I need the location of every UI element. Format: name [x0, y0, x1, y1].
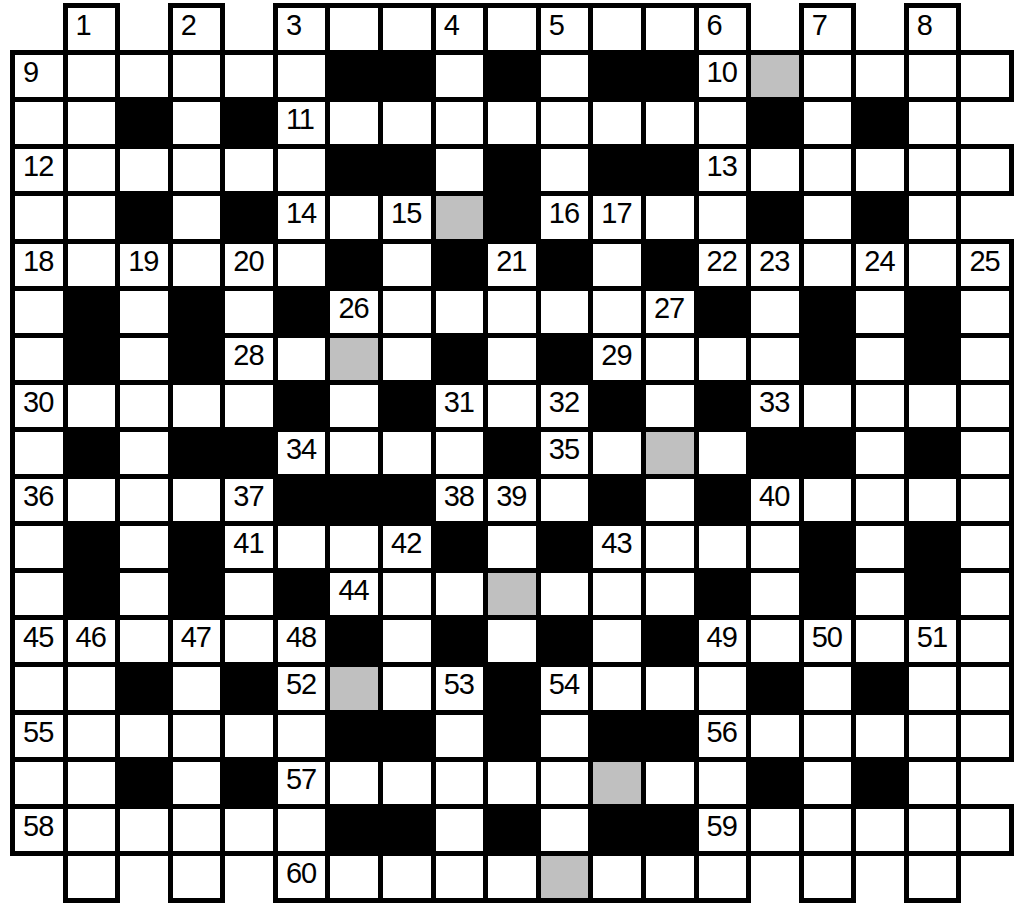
cell-r6c17-block	[904, 286, 962, 338]
cell-r17c15[interactable]	[799, 804, 857, 856]
cell-r2c15[interactable]	[799, 97, 857, 149]
cell-r1c8[interactable]	[431, 50, 489, 102]
cell-r9c12-shaded[interactable]	[641, 427, 699, 479]
cell-r12c8[interactable]	[431, 568, 489, 620]
cell-r4c7[interactable]: 15	[378, 191, 436, 243]
cell-r17c13[interactable]: 59	[694, 804, 752, 856]
cell-r9c3-block	[168, 427, 226, 479]
cell-r5c12-block	[641, 239, 699, 291]
cell-r1c15[interactable]	[799, 50, 857, 102]
cell-r7c12[interactable]	[641, 333, 699, 385]
cell-r6c14[interactable]	[746, 286, 804, 338]
cell-r13c13[interactable]: 49	[694, 615, 752, 667]
cell-r11c7[interactable]: 42	[378, 521, 436, 573]
clue-number-19: 19	[128, 247, 158, 276]
cell-r12c12[interactable]	[641, 568, 699, 620]
cell-r11c4[interactable]: 41	[220, 521, 278, 573]
cell-r17c17[interactable]	[904, 804, 962, 856]
cell-r18c17[interactable]	[904, 851, 962, 903]
cell-r1c12-block	[641, 50, 699, 102]
cell-r7c9[interactable]	[483, 333, 541, 385]
cell-r9c8[interactable]	[431, 427, 489, 479]
cell-r7c8-block	[431, 333, 489, 385]
cell-r13c7[interactable]	[378, 615, 436, 667]
cell-r12c15-block	[799, 568, 857, 620]
cell-r17c18[interactable]	[956, 804, 1014, 856]
cell-r3c2[interactable]	[115, 144, 173, 196]
cell-r10c9[interactable]: 39	[483, 474, 541, 526]
cell-r14c5[interactable]: 52	[273, 662, 331, 714]
cell-r15c13[interactable]: 56	[694, 710, 752, 762]
cell-r12c4[interactable]	[220, 568, 278, 620]
cell-r6c11[interactable]	[588, 286, 646, 338]
cell-r8c14[interactable]: 33	[746, 380, 804, 432]
cell-r5c2[interactable]: 19	[115, 239, 173, 291]
cell-r12c10[interactable]	[536, 568, 594, 620]
cell-r18c3[interactable]	[168, 851, 226, 903]
cell-r5c0[interactable]: 18	[10, 239, 68, 291]
cell-r0c8[interactable]: 4	[431, 3, 489, 55]
cell-r16c13[interactable]	[694, 757, 752, 809]
cell-r10c15[interactable]	[799, 474, 857, 526]
cell-r17c3[interactable]	[168, 804, 226, 856]
cell-r0c13[interactable]: 6	[694, 3, 752, 55]
cell-r5c5[interactable]	[273, 239, 331, 291]
cell-r8c1[interactable]	[63, 380, 121, 432]
cell-r2c9[interactable]	[483, 97, 541, 149]
cell-r3c5[interactable]	[273, 144, 331, 196]
cell-r4c14-block	[746, 191, 804, 243]
cell-r13c12-block	[641, 615, 699, 667]
clue-number-57: 57	[286, 765, 316, 794]
cell-r18c13[interactable]	[694, 851, 752, 903]
cell-r13c17[interactable]: 51	[904, 615, 962, 667]
clue-number-9: 9	[23, 58, 38, 87]
cell-r7c15-block	[799, 333, 857, 385]
cell-r6c2[interactable]	[115, 286, 173, 338]
cell-r0c1[interactable]: 1	[63, 3, 121, 55]
cell-r17c16[interactable]	[851, 804, 909, 856]
cell-r10c4[interactable]: 37	[220, 474, 278, 526]
cell-r1c14-shaded[interactable]	[746, 50, 804, 102]
clue-number-17: 17	[601, 199, 631, 228]
cell-r13c18[interactable]	[956, 615, 1014, 667]
cell-r10c12[interactable]	[641, 474, 699, 526]
cell-r1c1[interactable]	[63, 50, 121, 102]
cell-r4c10[interactable]: 16	[536, 191, 594, 243]
cell-r15c0[interactable]: 55	[10, 710, 68, 762]
cell-r17c10[interactable]	[536, 804, 594, 856]
cell-r8c9[interactable]	[483, 380, 541, 432]
cell-r13c5[interactable]: 48	[273, 615, 331, 667]
cell-r12c7[interactable]	[378, 568, 436, 620]
cell-r15c18[interactable]	[956, 710, 1014, 762]
cell-r9c16[interactable]	[851, 427, 909, 479]
cell-r7c7[interactable]	[378, 333, 436, 385]
cell-r14c13[interactable]	[694, 662, 752, 714]
cell-r13c0[interactable]: 45	[10, 615, 68, 667]
cell-r2c10[interactable]	[536, 97, 594, 149]
cell-r6c9[interactable]	[483, 286, 541, 338]
cell-r13c3[interactable]: 47	[168, 615, 226, 667]
cell-r9c10[interactable]: 35	[536, 427, 594, 479]
cell-r10c0[interactable]: 36	[10, 474, 68, 526]
cell-r8c17[interactable]	[904, 380, 962, 432]
cell-r16c1[interactable]	[63, 757, 121, 809]
cell-r15c10[interactable]	[536, 710, 594, 762]
clue-number-33: 33	[759, 388, 789, 417]
cell-r8c12[interactable]	[641, 380, 699, 432]
cell-r16c6[interactable]	[325, 757, 383, 809]
cell-r15c14[interactable]	[746, 710, 804, 762]
cell-r16c15[interactable]	[799, 757, 857, 809]
cell-r12c11[interactable]	[588, 568, 646, 620]
cell-r3c1[interactable]	[63, 144, 121, 196]
cell-r18c11[interactable]	[588, 851, 646, 903]
cell-r5c9[interactable]: 21	[483, 239, 541, 291]
cell-r11c16[interactable]	[851, 521, 909, 573]
cell-r11c18[interactable]	[956, 521, 1014, 573]
cell-r6c16[interactable]	[851, 286, 909, 338]
cell-r14c7[interactable]	[378, 662, 436, 714]
cell-r4c13[interactable]	[694, 191, 752, 243]
cell-r1c18[interactable]	[956, 50, 1014, 102]
cell-r17c11-block	[588, 804, 646, 856]
cell-r11c10-block	[536, 521, 594, 573]
cell-r13c9[interactable]	[483, 615, 541, 667]
cell-r11c14[interactable]	[746, 521, 804, 573]
cell-r3c14[interactable]	[746, 144, 804, 196]
cell-r2c0[interactable]	[10, 97, 68, 149]
cell-r1c13[interactable]: 10	[694, 50, 752, 102]
cell-r17c0[interactable]: 58	[10, 804, 68, 856]
cell-r8c4[interactable]	[220, 380, 278, 432]
cell-r15c5[interactable]	[273, 710, 331, 762]
cell-r12c6[interactable]: 44	[325, 568, 383, 620]
cell-r4c3[interactable]	[168, 191, 226, 243]
cell-r15c17[interactable]	[904, 710, 962, 762]
cell-r9c6[interactable]	[325, 427, 383, 479]
cell-r1c5[interactable]	[273, 50, 331, 102]
cell-r14c15[interactable]	[799, 662, 857, 714]
cell-r7c5[interactable]	[273, 333, 331, 385]
cell-r1c3[interactable]	[168, 50, 226, 102]
cell-r5c4[interactable]: 20	[220, 239, 278, 291]
cell-r18c7[interactable]	[378, 851, 436, 903]
cell-r7c18[interactable]	[956, 333, 1014, 385]
clue-number-31: 31	[444, 388, 474, 417]
cell-r3c10[interactable]	[536, 144, 594, 196]
cell-r6c0[interactable]	[10, 286, 68, 338]
clue-number-45: 45	[23, 623, 53, 652]
cell-r10c10[interactable]	[536, 474, 594, 526]
cell-r13c4[interactable]	[220, 615, 278, 667]
clue-number-48: 48	[286, 623, 316, 652]
cell-r15c8[interactable]	[431, 710, 489, 762]
cell-r1c10[interactable]	[536, 50, 594, 102]
cell-r3c3[interactable]	[168, 144, 226, 196]
cell-r7c2[interactable]	[115, 333, 173, 385]
cell-r0c6[interactable]	[325, 3, 383, 55]
clue-number-29: 29	[601, 341, 631, 370]
cell-r4c17[interactable]	[904, 191, 962, 243]
cell-r9c13[interactable]	[694, 427, 752, 479]
cell-r10c1[interactable]	[63, 474, 121, 526]
cell-r16c17[interactable]	[904, 757, 962, 809]
cell-r1c17[interactable]	[904, 50, 962, 102]
cell-r13c10-block	[536, 615, 594, 667]
cell-r18c12[interactable]	[641, 851, 699, 903]
cell-r2c8[interactable]	[431, 97, 489, 149]
cell-r16c8[interactable]	[431, 757, 489, 809]
cell-r0c3[interactable]: 2	[168, 3, 226, 55]
cell-r4c6[interactable]	[325, 191, 383, 243]
cell-r7c16[interactable]	[851, 333, 909, 385]
cell-r3c0[interactable]: 12	[10, 144, 68, 196]
cell-r16c0[interactable]	[10, 757, 68, 809]
cell-r4c0[interactable]	[10, 191, 68, 243]
cell-r4c8-shaded[interactable]	[431, 191, 489, 243]
cell-r14c3[interactable]	[168, 662, 226, 714]
cell-r7c14[interactable]	[746, 333, 804, 385]
clue-number-5: 5	[549, 11, 564, 40]
cell-r2c11[interactable]	[588, 97, 646, 149]
cell-r0c12[interactable]	[641, 3, 699, 55]
cell-r13c15[interactable]: 50	[799, 615, 857, 667]
cell-r6c12[interactable]: 27	[641, 286, 699, 338]
cell-r16c2-block	[115, 757, 173, 809]
cell-r13c11[interactable]	[588, 615, 646, 667]
cell-r9c2[interactable]	[115, 427, 173, 479]
cell-r5c17[interactable]	[904, 239, 962, 291]
cell-r18c1[interactable]	[63, 851, 121, 903]
cell-r11c2[interactable]	[115, 521, 173, 573]
cell-r18c10-shaded[interactable]	[536, 851, 594, 903]
cell-r10c16[interactable]	[851, 474, 909, 526]
cell-r5c8-block	[431, 239, 489, 291]
cell-r8c16[interactable]	[851, 380, 909, 432]
cell-r8c3[interactable]	[168, 380, 226, 432]
cell-r1c0[interactable]: 9	[10, 50, 68, 102]
cell-r16c7[interactable]	[378, 757, 436, 809]
cell-r16c9[interactable]	[483, 757, 541, 809]
cell-r4c12[interactable]	[641, 191, 699, 243]
cell-r6c6[interactable]: 26	[325, 286, 383, 338]
cell-r6c4[interactable]	[220, 286, 278, 338]
cell-r3c4[interactable]	[220, 144, 278, 196]
cell-r14c6-shaded[interactable]	[325, 662, 383, 714]
cell-r3c7-block	[378, 144, 436, 196]
cell-r8c18[interactable]	[956, 380, 1014, 432]
cell-r14c17[interactable]	[904, 662, 962, 714]
cell-r15c9-block	[483, 710, 541, 762]
cell-r12c14[interactable]	[746, 568, 804, 620]
cell-r17c5[interactable]	[273, 804, 331, 856]
cell-r17c4[interactable]	[220, 804, 278, 856]
cell-r17c2[interactable]	[115, 804, 173, 856]
cell-r6c10[interactable]	[536, 286, 594, 338]
cell-r12c17-block	[904, 568, 962, 620]
clue-number-41: 41	[233, 529, 263, 558]
cell-r14c0[interactable]	[10, 662, 68, 714]
cell-r7c0[interactable]	[10, 333, 68, 385]
cell-r10c18[interactable]	[956, 474, 1014, 526]
cell-r3c9-block	[483, 144, 541, 196]
cell-r7c11[interactable]: 29	[588, 333, 646, 385]
cell-r15c2[interactable]	[115, 710, 173, 762]
cell-r0c7[interactable]	[378, 3, 436, 55]
cell-r11c11[interactable]: 43	[588, 521, 646, 573]
cell-r4c5[interactable]: 14	[273, 191, 331, 243]
cell-r9c11[interactable]	[588, 427, 646, 479]
clue-number-36: 36	[23, 482, 53, 511]
cell-r5c1[interactable]	[63, 239, 121, 291]
cell-r5c18[interactable]: 25	[956, 239, 1014, 291]
cell-r2c6[interactable]	[325, 97, 383, 149]
cell-r11c0[interactable]	[10, 521, 68, 573]
cell-r10c17[interactable]	[904, 474, 962, 526]
cell-r18c5[interactable]: 60	[273, 851, 331, 903]
cell-r7c4[interactable]: 28	[220, 333, 278, 385]
clue-number-16: 16	[549, 199, 579, 228]
cell-r9c5[interactable]: 34	[273, 427, 331, 479]
cell-r7c3-block	[168, 333, 226, 385]
cell-r2c12[interactable]	[641, 97, 699, 149]
cell-r18c8[interactable]	[431, 851, 489, 903]
cell-r5c10-block	[536, 239, 594, 291]
cell-r9c18[interactable]	[956, 427, 1014, 479]
cell-r3c18[interactable]	[956, 144, 1014, 196]
cell-r9c4-block	[220, 427, 278, 479]
cell-r13c14[interactable]	[746, 615, 804, 667]
cell-r8c2[interactable]	[115, 380, 173, 432]
cell-r14c1[interactable]	[63, 662, 121, 714]
cell-r12c0[interactable]	[10, 568, 68, 620]
cell-r5c16[interactable]: 24	[851, 239, 909, 291]
cell-r0c5[interactable]: 3	[273, 3, 331, 55]
cell-r15c6-block	[325, 710, 383, 762]
cell-r11c12[interactable]	[641, 521, 699, 573]
cell-r11c6[interactable]	[325, 521, 383, 573]
cell-r8c8[interactable]: 31	[431, 380, 489, 432]
cell-r14c11[interactable]	[588, 662, 646, 714]
cell-r11c9[interactable]	[483, 521, 541, 573]
cell-r13c1[interactable]: 46	[63, 615, 121, 667]
cell-r15c4[interactable]	[220, 710, 278, 762]
clue-number-42: 42	[391, 529, 421, 558]
cell-r11c13[interactable]	[694, 521, 752, 573]
cell-r15c16[interactable]	[851, 710, 909, 762]
cell-r8c6[interactable]	[325, 380, 383, 432]
cell-r3c17[interactable]	[904, 144, 962, 196]
cell-r3c8[interactable]	[431, 144, 489, 196]
cell-r14c18[interactable]	[956, 662, 1014, 714]
cell-r0c17[interactable]: 8	[904, 3, 962, 55]
cell-r12c2[interactable]	[115, 568, 173, 620]
cell-r1c2[interactable]	[115, 50, 173, 102]
cell-r17c8[interactable]	[431, 804, 489, 856]
cell-r3c15[interactable]	[799, 144, 857, 196]
clue-number-46: 46	[76, 623, 106, 652]
cell-r0c11[interactable]	[588, 3, 646, 55]
cell-r2c3[interactable]	[168, 97, 226, 149]
cell-r2c17[interactable]	[904, 97, 962, 149]
cell-r1c4[interactable]	[220, 50, 278, 102]
cell-r8c15[interactable]	[799, 380, 857, 432]
cell-r18c9[interactable]	[483, 851, 541, 903]
cell-r7c13[interactable]	[694, 333, 752, 385]
cell-r5c3[interactable]	[168, 239, 226, 291]
cell-r15c1[interactable]	[63, 710, 121, 762]
clue-number-51: 51	[917, 623, 947, 652]
cell-r18c6[interactable]	[325, 851, 383, 903]
cell-r13c2[interactable]	[115, 615, 173, 667]
cell-r4c15[interactable]	[799, 191, 857, 243]
cell-r6c18[interactable]	[956, 286, 1014, 338]
cell-r4c11[interactable]: 17	[588, 191, 646, 243]
cell-r16c11-shaded[interactable]	[588, 757, 646, 809]
cell-r3c13[interactable]: 13	[694, 144, 752, 196]
cell-r0c15[interactable]: 7	[799, 3, 857, 55]
cell-r14c8[interactable]: 53	[431, 662, 489, 714]
cell-r2c5[interactable]: 11	[273, 97, 331, 149]
cell-r18c15[interactable]	[799, 851, 857, 903]
cell-r9c7[interactable]	[378, 427, 436, 479]
cell-r16c10[interactable]	[536, 757, 594, 809]
cell-r14c12[interactable]	[641, 662, 699, 714]
cell-r8c10[interactable]: 32	[536, 380, 594, 432]
cell-r5c11[interactable]	[588, 239, 646, 291]
cell-r1c16[interactable]	[851, 50, 909, 102]
cell-r12c16[interactable]	[851, 568, 909, 620]
cell-r14c10[interactable]: 54	[536, 662, 594, 714]
cell-r16c3[interactable]	[168, 757, 226, 809]
cell-r17c14[interactable]	[746, 804, 804, 856]
cell-r17c1[interactable]	[63, 804, 121, 856]
cell-r8c0[interactable]: 30	[10, 380, 68, 432]
cell-r15c3[interactable]	[168, 710, 226, 762]
cell-r2c1[interactable]	[63, 97, 121, 149]
cell-r16c12[interactable]	[641, 757, 699, 809]
cell-r11c5[interactable]	[273, 521, 331, 573]
cell-r6c7[interactable]	[378, 286, 436, 338]
cell-r6c8[interactable]	[431, 286, 489, 338]
cell-r12c18[interactable]	[956, 568, 1014, 620]
cell-r12c9-shaded[interactable]	[483, 568, 541, 620]
cell-r13c16[interactable]	[851, 615, 909, 667]
cell-r0c9[interactable]	[483, 3, 541, 55]
cell-r10c3[interactable]	[168, 474, 226, 526]
clue-number-56: 56	[707, 718, 737, 747]
cell-r0c10[interactable]: 5	[536, 3, 594, 55]
cell-r9c0[interactable]	[10, 427, 68, 479]
cell-r15c15[interactable]	[799, 710, 857, 762]
cell-r5c7[interactable]	[378, 239, 436, 291]
cell-r5c13[interactable]: 22	[694, 239, 752, 291]
cell-r2c7[interactable]	[378, 97, 436, 149]
cell-r7c6-shaded[interactable]	[325, 333, 383, 385]
cell-r4c1[interactable]	[63, 191, 121, 243]
cell-r16c5[interactable]: 57	[273, 757, 331, 809]
cell-r10c8[interactable]: 38	[431, 474, 489, 526]
cell-r3c16[interactable]	[851, 144, 909, 196]
clue-number-28: 28	[233, 341, 263, 370]
cell-r10c2[interactable]	[115, 474, 173, 526]
cell-r5c15[interactable]	[799, 239, 857, 291]
cell-r10c14[interactable]: 40	[746, 474, 804, 526]
cell-r2c13[interactable]	[694, 97, 752, 149]
cell-r5c14[interactable]: 23	[746, 239, 804, 291]
